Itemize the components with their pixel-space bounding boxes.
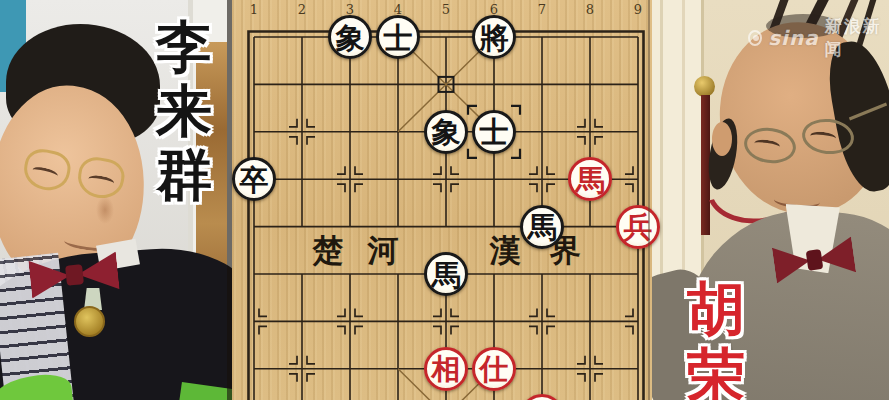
- point-marker: [577, 356, 585, 364]
- gold-medal: [74, 306, 105, 337]
- point-marker: [259, 326, 267, 334]
- sina-watermark: sina 新浪新闻: [748, 15, 889, 61]
- last-move-to-marker: [511, 106, 520, 115]
- point-marker: [451, 308, 459, 316]
- point-marker: [337, 166, 345, 174]
- file-number-label: 1: [244, 2, 264, 17]
- sina-eye-icon: [748, 30, 762, 46]
- point-marker: [529, 308, 537, 316]
- point-marker: [289, 374, 297, 382]
- point-marker: [355, 326, 363, 334]
- point-marker: [433, 184, 441, 192]
- point-marker: [337, 326, 345, 334]
- point-marker: [577, 137, 585, 145]
- sina-wordmark: sina: [768, 26, 819, 50]
- point-marker: [289, 119, 297, 127]
- last-move-to-marker: [511, 149, 520, 158]
- file-number-label: 8: [580, 2, 600, 17]
- piece-black-象[interactable]: 象: [424, 110, 468, 154]
- file-number-label: 9: [628, 2, 648, 17]
- ear: [712, 122, 732, 156]
- point-marker: [289, 356, 297, 364]
- point-marker: [595, 356, 603, 364]
- point-marker: [307, 374, 315, 382]
- point-marker: [529, 166, 537, 174]
- point-marker: [451, 184, 459, 192]
- piece-red-仕[interactable]: 仕: [472, 347, 516, 391]
- point-marker: [433, 308, 441, 316]
- river-label: 漢: [488, 233, 522, 267]
- piece-black-馬[interactable]: 馬: [424, 252, 468, 296]
- point-marker: [307, 137, 315, 145]
- point-marker: [451, 326, 459, 334]
- point-marker: [547, 326, 555, 334]
- point-marker: [547, 184, 555, 192]
- point-marker: [547, 308, 555, 316]
- panel-divider: [227, 0, 232, 400]
- nose-shading: [96, 196, 114, 224]
- barrier-pole-gold-ball: [694, 76, 715, 97]
- point-marker: [355, 166, 363, 174]
- point-marker: [595, 119, 603, 127]
- point-marker: [577, 119, 585, 127]
- piece-black-士[interactable]: 士: [376, 15, 420, 59]
- broadcast-frame: 楚 河 漢 界 123456789象士將象士卒馬馬兵馬相仕 李来群 胡荣 sin…: [0, 0, 889, 400]
- river-label: 河: [366, 233, 400, 267]
- file-number-label: 2: [292, 2, 312, 17]
- point-marker: [307, 119, 315, 127]
- left-player-name: 李来群: [150, 14, 218, 206]
- point-marker: [595, 374, 603, 382]
- piece-black-卒[interactable]: 卒: [232, 157, 276, 201]
- point-marker: [307, 356, 315, 364]
- piece-black-將[interactable]: 將: [472, 15, 516, 59]
- piece-red-馬[interactable]: 馬: [568, 157, 612, 201]
- point-marker: [433, 326, 441, 334]
- point-marker: [337, 184, 345, 192]
- right-player-name: 胡荣: [682, 276, 750, 400]
- point-marker: [625, 184, 633, 192]
- point-marker: [337, 308, 345, 316]
- point-marker: [577, 374, 585, 382]
- point-marker: [625, 326, 633, 334]
- piece-red-兵[interactable]: 兵: [616, 205, 660, 249]
- point-marker: [355, 308, 363, 316]
- piece-black-象[interactable]: 象: [328, 15, 372, 59]
- point-marker: [451, 166, 459, 174]
- point-marker: [625, 308, 633, 316]
- site-name: 新浪新闻: [825, 15, 889, 61]
- piece-black-馬[interactable]: 馬: [520, 205, 564, 249]
- piece-black-士[interactable]: 士: [472, 110, 516, 154]
- point-marker: [259, 308, 267, 316]
- file-number-label: 5: [436, 2, 456, 17]
- point-marker: [547, 166, 555, 174]
- last-move-to-marker: [468, 149, 477, 158]
- point-marker: [289, 137, 297, 145]
- river-label: 楚: [311, 233, 345, 267]
- file-number-label: 7: [532, 2, 552, 17]
- point-marker: [625, 166, 633, 174]
- panel-divider: [648, 0, 650, 400]
- point-marker: [595, 137, 603, 145]
- point-marker: [433, 166, 441, 174]
- point-marker: [529, 326, 537, 334]
- point-marker: [355, 184, 363, 192]
- piece-red-相[interactable]: 相: [424, 347, 468, 391]
- point-marker: [529, 184, 537, 192]
- xiangqi-board[interactable]: 楚 河 漢 界 123456789象士將象士卒馬馬兵馬相仕: [232, 0, 652, 400]
